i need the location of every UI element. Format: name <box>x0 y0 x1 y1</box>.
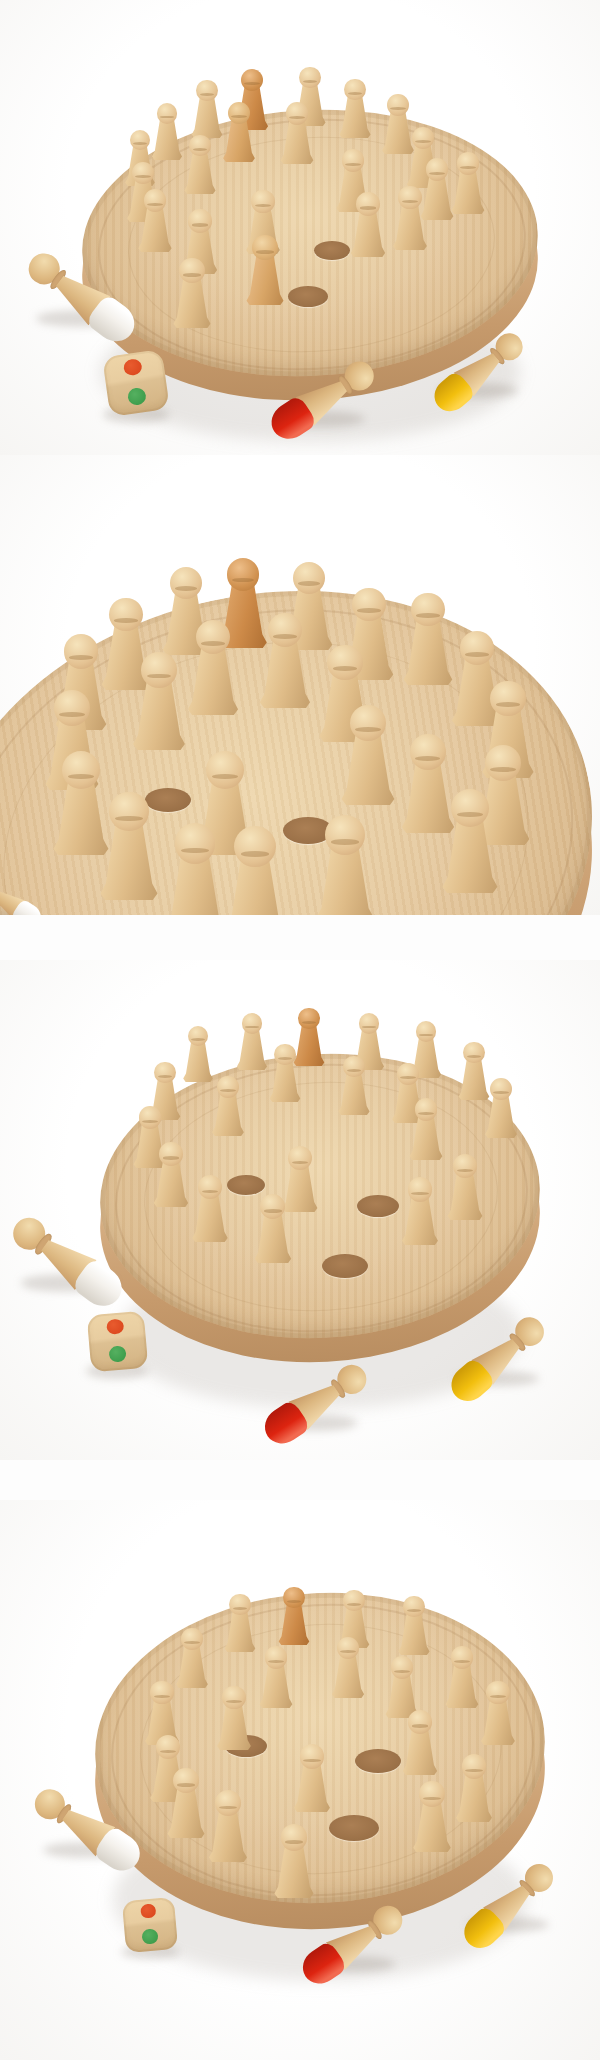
peg-head <box>412 127 434 149</box>
peg-head <box>241 69 263 91</box>
peg-head <box>109 792 148 831</box>
wood-peg <box>402 1710 438 1775</box>
peg-neck-groove <box>454 1660 470 1663</box>
peg-neck-groove <box>193 148 208 151</box>
peg-neck-groove <box>348 92 363 95</box>
wood-peg <box>331 1637 365 1698</box>
wood-peg <box>485 1078 518 1138</box>
wood-peg <box>183 1026 214 1082</box>
peg-head <box>327 645 362 680</box>
peg-neck-groove <box>212 774 238 779</box>
peg-head <box>132 162 154 184</box>
die-front-dot-green <box>142 1929 159 1945</box>
die <box>102 349 170 417</box>
empty-hole <box>288 286 328 307</box>
wood-peg <box>173 258 212 328</box>
empty-hole <box>227 1175 265 1195</box>
wood-peg <box>412 1781 451 1852</box>
peg-head <box>350 705 386 741</box>
wood-peg <box>164 823 226 915</box>
product-photo-3 <box>0 960 600 1460</box>
peg-head <box>343 1590 364 1611</box>
peg-head <box>299 67 320 88</box>
peg-neck-groove <box>115 816 142 821</box>
wood-peg <box>409 1098 443 1160</box>
wood-peg <box>293 1744 330 1812</box>
empty-hole <box>355 1749 401 1773</box>
peg-head <box>398 186 421 209</box>
peg-head <box>157 103 178 124</box>
peg-head <box>181 1628 203 1650</box>
peg-head <box>451 1646 474 1669</box>
wood-peg <box>280 102 314 164</box>
wood-peg <box>480 1681 515 1745</box>
peg-head <box>64 634 99 669</box>
peg-head <box>206 751 244 789</box>
peg-head <box>222 1686 245 1709</box>
peg-head <box>228 102 250 124</box>
wood-peg <box>338 1056 370 1115</box>
peg-head <box>198 1175 222 1199</box>
peg-head <box>242 1013 263 1034</box>
wood-peg <box>167 1768 206 1838</box>
wood-peg <box>236 1013 267 1070</box>
peg-head <box>352 588 385 621</box>
wood-peg <box>350 192 386 257</box>
peg-head <box>268 613 302 647</box>
peg-head <box>227 558 260 591</box>
peg-neck-groove <box>200 93 215 96</box>
peg-head <box>288 1146 312 1170</box>
photo-stage <box>0 0 600 2060</box>
peg-neck-groove <box>347 1069 362 1072</box>
wood-peg <box>216 1686 251 1750</box>
peg-neck-groove <box>114 618 137 623</box>
peg-head <box>196 620 230 654</box>
peg-neck-groove <box>292 1161 309 1164</box>
empty-hole <box>329 1815 379 1841</box>
wood-peg <box>254 1194 292 1263</box>
peg-neck-groove <box>192 223 208 226</box>
peg-head <box>342 149 365 172</box>
wood-peg <box>187 620 239 715</box>
peg-head <box>408 1710 432 1734</box>
peg-neck-groove <box>268 1660 284 1663</box>
peg-head <box>411 593 444 626</box>
wood-peg <box>341 705 396 805</box>
peg-head <box>196 80 217 101</box>
die-top-dot-red <box>106 1318 124 1334</box>
wood-peg <box>315 815 376 915</box>
peg-head <box>486 1681 509 1704</box>
product-photo-4 <box>0 1500 600 2060</box>
peg-neck-groove <box>412 1724 428 1727</box>
peg-neck-groove <box>68 774 94 779</box>
wood-peg <box>401 1177 438 1245</box>
peg-head <box>274 1044 295 1065</box>
peg-neck-groove <box>285 1840 304 1844</box>
wood-peg <box>441 789 498 893</box>
peg-neck-groove <box>331 839 359 845</box>
peg-neck-groove <box>302 1021 317 1024</box>
peg-head <box>453 1154 477 1178</box>
peg-neck-groove <box>241 851 270 857</box>
peg-head <box>144 189 167 212</box>
peg-head <box>170 567 202 599</box>
peg-head <box>54 690 90 726</box>
peg-neck-groove <box>201 641 225 646</box>
wood-peg <box>278 1587 310 1645</box>
peg-neck-groove <box>183 273 201 277</box>
peg-head <box>457 152 480 175</box>
die <box>122 1897 178 1953</box>
peg-neck-groove <box>256 250 274 254</box>
wood-peg <box>224 826 287 915</box>
peg-head <box>175 823 216 864</box>
peg-neck-groove <box>423 1797 441 1801</box>
wood-peg <box>398 1596 430 1655</box>
peg-head <box>281 1824 308 1851</box>
wood-peg <box>176 1628 209 1688</box>
wood-peg <box>259 613 311 708</box>
peg-neck-groove <box>355 727 380 732</box>
peg-head <box>252 235 277 260</box>
peg-head <box>286 102 309 125</box>
product-photo-1 <box>0 0 600 455</box>
die-top-dot-red <box>140 1904 157 1919</box>
wood-peg <box>132 652 186 750</box>
peg-neck-groove <box>287 1600 302 1603</box>
peg-neck-groove <box>298 581 320 585</box>
peg-head <box>300 1744 325 1769</box>
peg-neck-groove <box>158 1075 173 1078</box>
peg-neck-groove <box>360 206 376 209</box>
wood-peg <box>184 135 216 194</box>
peg-neck-groove <box>347 1603 362 1606</box>
peg-head <box>408 1177 433 1202</box>
peg-neck-groove <box>289 116 305 119</box>
peg-head <box>463 1042 484 1063</box>
peg-head <box>490 1078 512 1100</box>
peg-head <box>109 598 142 631</box>
product-photo-2 <box>0 455 600 915</box>
die-front-dot-green <box>127 387 147 406</box>
peg-head <box>217 1076 239 1098</box>
peg-neck-groove <box>264 1209 281 1212</box>
peg-neck-groove <box>490 767 515 772</box>
peg-neck-groove <box>303 80 318 83</box>
peg-neck-groove <box>69 655 93 660</box>
empty-hole <box>314 241 350 260</box>
wood-peg <box>403 593 454 685</box>
peg-head <box>415 1098 438 1121</box>
wood-peg <box>274 1824 315 1898</box>
peg-head <box>293 562 325 594</box>
peg-neck-groove <box>233 1607 248 1610</box>
peg-head <box>416 1021 437 1042</box>
peg-head <box>139 1106 162 1129</box>
peg-neck-groove <box>457 812 483 817</box>
peg-head <box>426 158 449 181</box>
peg-head <box>451 789 489 827</box>
peg-neck-groove <box>163 1156 179 1159</box>
peg-head <box>298 1008 319 1029</box>
wood-peg <box>138 189 173 252</box>
wood-peg <box>447 1154 483 1220</box>
wood-peg <box>224 1594 256 1652</box>
wood-peg <box>191 80 223 138</box>
peg-neck-groove <box>465 652 489 657</box>
wood-peg <box>451 152 485 214</box>
empty-hole <box>322 1254 368 1278</box>
peg-head <box>343 1056 364 1077</box>
peg-head <box>234 826 275 867</box>
peg-head <box>188 1026 208 1046</box>
peg-head <box>387 94 409 116</box>
peg-head <box>159 1142 183 1166</box>
wood-peg <box>259 1646 293 1708</box>
peg-neck-groove <box>460 166 476 169</box>
empty-hole <box>357 1195 399 1217</box>
wood-peg <box>385 1656 419 1718</box>
wood-peg <box>246 235 285 305</box>
peg-neck-groove <box>175 586 197 590</box>
die-front-dot-green <box>108 1345 126 1362</box>
peg-neck-groove <box>177 1783 195 1787</box>
peg-head <box>173 1768 198 1793</box>
peg-head <box>141 652 177 688</box>
wood-peg <box>99 792 158 900</box>
peg-head <box>229 1594 250 1615</box>
peg-head <box>337 1637 359 1659</box>
wood-peg <box>223 102 256 162</box>
peg-head <box>130 130 150 150</box>
peg-head <box>419 1781 445 1807</box>
peg-head <box>391 1656 414 1679</box>
product-gallery <box>0 0 600 2060</box>
peg-head <box>156 1735 180 1759</box>
wood-peg <box>212 1076 245 1136</box>
peg-head <box>260 1194 285 1219</box>
peg-neck-groove <box>273 634 297 639</box>
peg-head <box>462 1754 487 1779</box>
peg-head <box>344 79 365 100</box>
die-top-dot-red <box>123 358 143 376</box>
wood-peg <box>208 1790 248 1862</box>
peg-head <box>265 1646 288 1669</box>
peg-neck-groove <box>418 1112 434 1115</box>
peg-head <box>397 1063 419 1085</box>
peg-head <box>154 1062 175 1083</box>
peg-head <box>188 209 212 233</box>
wood-peg <box>392 186 427 250</box>
peg-head <box>179 258 204 283</box>
peg-head <box>410 734 446 770</box>
peg-head <box>150 1681 173 1704</box>
peg-neck-groove <box>467 1055 482 1058</box>
die <box>86 1310 148 1372</box>
peg-neck-groove <box>147 203 163 206</box>
wood-peg <box>339 79 371 138</box>
peg-neck-groove <box>142 1120 158 1123</box>
wood-peg <box>151 103 182 160</box>
peg-head <box>215 1790 241 1816</box>
peg-neck-groove <box>429 172 445 175</box>
peg-neck-groove <box>278 1057 293 1060</box>
peg-head <box>359 1013 380 1034</box>
peg-neck-groove <box>394 1670 410 1673</box>
peg-neck-groove <box>357 608 380 613</box>
peg-head <box>485 745 521 781</box>
wood-peg <box>445 1646 479 1708</box>
peg-neck-groove <box>59 712 84 717</box>
peg-neck-groove <box>407 1609 422 1612</box>
peg-neck-groove <box>345 163 361 166</box>
peg-head <box>62 751 100 789</box>
peg-head <box>283 1587 304 1608</box>
peg-neck-groove <box>415 756 440 761</box>
wood-peg <box>153 1142 189 1207</box>
peg-neck-groove <box>457 1169 474 1172</box>
wood-peg <box>455 1754 492 1822</box>
wood-peg <box>269 1044 301 1102</box>
peg-head <box>403 1596 424 1617</box>
wood-peg <box>192 1175 229 1242</box>
peg-head <box>460 631 494 665</box>
peg-head <box>490 681 525 716</box>
peg-head <box>251 190 274 213</box>
peg-head <box>325 815 365 855</box>
peg-head <box>356 192 380 216</box>
peg-neck-groove <box>416 613 439 618</box>
peg-head <box>189 135 210 156</box>
